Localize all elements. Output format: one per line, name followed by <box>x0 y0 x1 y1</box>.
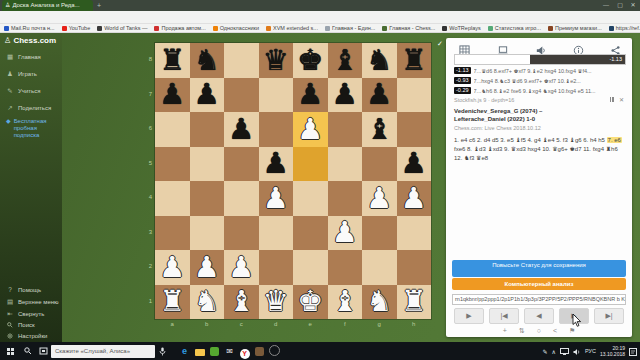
game-icon[interactable] <box>252 342 267 360</box>
chesscom-logo[interactable]: ♙ Chess.com <box>4 36 56 45</box>
sidebar-item-label: Свернуть <box>18 311 44 317</box>
stop-engine-icon[interactable]: ✕ <box>619 96 624 103</box>
sidebar-item-label: Главная <box>18 54 41 60</box>
square-h8[interactable]: ♜ <box>397 43 432 78</box>
square-b5[interactable] <box>190 147 225 182</box>
fen-input[interactable]: rn1qkbnr/pp2ppp1/2p1P1b1/3p3p/3P2PP/5P2/… <box>452 294 626 305</box>
piece-white-pawn[interactable]: ♟ <box>194 253 220 282</box>
piece-white-pawn[interactable]: ♟ <box>366 184 392 213</box>
file-label-h: h <box>397 321 432 327</box>
piece-black-pawn[interactable]: ♟ <box>228 115 254 144</box>
first-move-button[interactable]: |◀ <box>489 308 519 324</box>
square-b3[interactable] <box>190 216 225 251</box>
square-a6[interactable] <box>155 112 190 147</box>
pencil-icon: ✎ <box>6 87 14 95</box>
chess-board[interactable]: ♜♞♛♚♝♞♜♟♟♟♟♟♟♟♝♟♟♟♟♟♟♟♟♟♜♞♝♛♚♝♞♜ <box>155 43 431 319</box>
square-h6[interactable] <box>397 112 432 147</box>
bookmark-label: World of Tanks — <box>104 25 147 31</box>
piece-white-queen[interactable]: ♛ <box>263 287 289 316</box>
bookmark-favicon <box>97 26 102 31</box>
file-label-d: d <box>259 321 294 327</box>
sidebar-item-label: Поделиться <box>18 105 51 111</box>
file-label-c: c <box>224 321 259 327</box>
square-d4[interactable]: ♟ <box>259 181 294 216</box>
square-e5[interactable] <box>293 147 328 182</box>
sidebar-item-top-menu[interactable]: ▤Верхнее меню <box>6 298 59 306</box>
file-label-g: g <box>362 321 397 327</box>
language-indicator[interactable]: РУС <box>585 348 596 354</box>
chesscom-page: ♙ Chess.com ▦Главная ♟Играть ✎Учиться ↗П… <box>0 33 640 342</box>
settings-app-icon[interactable] <box>267 342 282 360</box>
square-c8[interactable] <box>224 43 259 78</box>
mouse-cursor <box>572 314 582 328</box>
piece-black-pawn[interactable]: ♟ <box>194 80 220 109</box>
chesscom-favicon-icon: ♙ <box>5 2 10 8</box>
bookmark-label: XVM extended s... <box>273 25 318 31</box>
square-f2[interactable] <box>328 250 363 285</box>
flag-icon[interactable]: ⚑ <box>569 327 575 335</box>
bookmark-label: YouTube <box>69 25 91 31</box>
eval-chip: -0.93 <box>454 77 471 84</box>
square-g4[interactable]: ♟ <box>362 181 397 216</box>
sidebar-item-share[interactable]: ↗Поделиться <box>6 104 51 112</box>
bookmark-favicon <box>548 26 553 31</box>
square-f4[interactable] <box>328 181 363 216</box>
sidebar-item-home[interactable]: ▦Главная <box>6 53 41 61</box>
taskbar-clock[interactable]: 20:1913.10.2018 <box>600 345 625 357</box>
piece-white-knight[interactable]: ♞ <box>366 287 392 316</box>
piece-white-bishop[interactable]: ♝ <box>332 287 358 316</box>
piece-black-pawn[interactable]: ♟ <box>297 80 323 109</box>
piece-white-pawn[interactable]: ♟ <box>332 218 358 247</box>
piece-white-pawn[interactable]: ♟ <box>297 115 323 144</box>
menu-icon: ▤ <box>6 298 14 306</box>
square-c3[interactable] <box>224 216 259 251</box>
tab-title: Доска Анализа и Реда... <box>12 2 79 8</box>
square-b7[interactable]: ♟ <box>190 78 225 113</box>
piece-black-queen[interactable]: ♛ <box>263 46 289 75</box>
bookmark-label: WoTReplays <box>449 25 480 31</box>
sidebar-item-help[interactable]: ?Помощь <box>6 286 41 293</box>
engine-line[interactable]: -1.137...♛d6 8.exf7+ ♚xf7 9.♝e2 hxg4 10.… <box>454 66 624 75</box>
rank-label-7: 7 <box>147 91 154 97</box>
bookmark-favicon <box>154 26 159 31</box>
bookmark-label: Статистика игро... <box>495 25 541 31</box>
piece-black-bishop[interactable]: ♝ <box>366 115 392 144</box>
square-d8[interactable]: ♛ <box>259 43 294 78</box>
sidebar-item-label: Помощь <box>18 287 41 293</box>
browser-tab[interactable]: ♙Доска Анализа и Реда... <box>2 0 93 11</box>
square-a2[interactable]: ♟ <box>155 250 190 285</box>
square-h2[interactable] <box>397 250 432 285</box>
square-c4[interactable] <box>224 181 259 216</box>
square-c6[interactable]: ♟ <box>224 112 259 147</box>
square-a4[interactable] <box>155 181 190 216</box>
bookmark-favicon <box>382 26 387 31</box>
system-tray: ✎ ∧ РУС 20:1913.10.2018 <box>543 342 640 360</box>
sidebar-item-search[interactable]: Поиск <box>6 321 35 328</box>
piece-black-pawn[interactable]: ♟ <box>263 149 289 178</box>
prev-move-button[interactable]: ◀ <box>524 308 554 324</box>
file-explorer-icon[interactable] <box>192 342 207 360</box>
flip-board-icon[interactable]: ⇅ <box>519 327 525 335</box>
square-h4[interactable]: ♟ <box>397 181 432 216</box>
move-nav: ▶ |◀ ◀ ▶ ▶| <box>454 308 624 324</box>
engine-line-moves: 7...hxg4 8.♞c3 ♛d6 9.exf7+ ♚xf7 10.♝e2..… <box>474 78 624 84</box>
square-h3[interactable] <box>397 216 432 251</box>
piece-white-knight[interactable]: ♞ <box>194 287 220 316</box>
diamond-icon: ◆ <box>6 118 11 139</box>
bookmark-favicon <box>213 26 218 31</box>
bookmark-item[interactable]: Премиум магази... <box>548 25 602 31</box>
square-f6[interactable] <box>328 112 363 147</box>
bookmark-item[interactable]: World of Tanks — <box>97 25 147 31</box>
game-event: Chess.com: Live Chess 2018.10.12 <box>454 125 541 131</box>
bookmark-item[interactable]: Продажа автом... <box>154 25 205 31</box>
rank-label-5: 5 <box>147 160 154 166</box>
bookmark-label: Главная - Chess... <box>389 25 435 31</box>
display-tray-icon[interactable] <box>560 342 569 360</box>
autoplay-button[interactable]: ▶ <box>454 308 484 324</box>
square-f3[interactable]: ♟ <box>328 216 363 251</box>
square-b8[interactable]: ♞ <box>190 43 225 78</box>
black-player[interactable]: Lefterache_Daniel (2022) 1-0 <box>454 116 535 122</box>
file-label-a: a <box>155 321 190 327</box>
sidebar-item-play[interactable]: ♟Играть <box>6 70 37 78</box>
bookmark-label: Mail.Ru почта н... <box>11 25 55 31</box>
rank-label-4: 4 <box>147 194 154 200</box>
add-icon[interactable]: + <box>503 327 507 335</box>
info-icon[interactable] <box>572 41 585 52</box>
file-label-f: f <box>328 321 363 327</box>
sidebar-item-label: Настройки <box>18 333 47 339</box>
close-button[interactable]: ✕ <box>627 0 639 11</box>
square-c2[interactable]: ♟ <box>224 250 259 285</box>
sidebar-item-settings[interactable]: Настройки <box>6 332 47 339</box>
square-f7[interactable]: ♟ <box>328 78 363 113</box>
bookmark-favicon <box>488 26 493 31</box>
last-move-button[interactable]: ▶| <box>594 308 624 324</box>
square-e3[interactable] <box>293 216 328 251</box>
rank-label-8: 8 <box>147 56 154 62</box>
engine-line[interactable]: -0.937...hxg4 8.♞c3 ♛d6 9.exf7+ ♚xf7 10.… <box>454 76 624 85</box>
piece-white-pawn[interactable]: ♟ <box>263 184 289 213</box>
windows-taskbar: Скажите «Слушай, Алиса» e ✉ Y ✎ ∧ РУС 20… <box>0 342 640 360</box>
rank-label-3: 3 <box>147 229 154 235</box>
engine-meta: Stockfish.js 9 · depth=16 ✕ <box>454 96 624 103</box>
square-g1[interactable]: ♞ <box>362 285 397 320</box>
bookmark-label: Премиум магази... <box>555 25 602 31</box>
piece-white-pawn[interactable]: ♟ <box>228 253 254 282</box>
square-h7[interactable] <box>397 78 432 113</box>
square-g6[interactable]: ♝ <box>362 112 397 147</box>
bookmark-item[interactable]: WoTReplays <box>442 25 480 31</box>
pen-icon[interactable]: ✎ <box>543 348 548 355</box>
speaker-icon[interactable] <box>534 41 547 52</box>
piece-white-pawn[interactable]: ♟ <box>159 253 185 282</box>
square-h5[interactable]: ♟ <box>397 147 432 182</box>
square-b4[interactable] <box>190 181 225 216</box>
square-d7[interactable] <box>259 78 294 113</box>
bookmark-favicon <box>609 26 614 31</box>
square-g5[interactable] <box>362 147 397 182</box>
move-list[interactable]: 1. e4 c6 2. d4 d5 3. e5 ♝f5 4. g4 ♝e4 5.… <box>454 136 624 163</box>
square-c5[interactable] <box>224 147 259 182</box>
bookmark-item[interactable]: https://ref.mail.ru... <box>609 25 640 31</box>
eval-white-part <box>455 55 530 64</box>
share-small-icon[interactable]: < <box>553 327 557 335</box>
square-d1[interactable]: ♛ <box>259 285 294 320</box>
bookmark-favicon <box>62 26 67 31</box>
square-c7[interactable] <box>224 78 259 113</box>
square-h1[interactable]: ♜ <box>397 285 432 320</box>
free-trial-label: Бесплатная пробная подписка <box>14 118 58 139</box>
circle-icon[interactable]: ○ <box>537 327 541 335</box>
square-g7[interactable]: ♟ <box>362 78 397 113</box>
pause-icon[interactable] <box>610 97 614 102</box>
bookmark-item[interactable]: Одноклассники <box>213 25 259 31</box>
piece-white-king[interactable]: ♚ <box>297 287 323 316</box>
engine-line[interactable]: -0.297...♞h6 8.♝e2 fxe6 9.♝xg4 ♞xg4 10.f… <box>454 86 624 95</box>
browser-toolbar: ← → ↻ www.chess.com Доска Анализа и Реда… <box>0 11 640 24</box>
gear-icon <box>6 332 14 339</box>
square-e1[interactable]: ♚ <box>293 285 328 320</box>
square-d5[interactable]: ♟ <box>259 147 294 182</box>
rank-label-2: 2 <box>147 263 154 269</box>
bookmark-label: https://ref.mail.ru... <box>616 25 640 31</box>
piece-white-bishop[interactable]: ♝ <box>228 287 254 316</box>
piece-black-pawn[interactable]: ♟ <box>332 80 358 109</box>
white-player[interactable]: Vedenichev_Serega_G (2074) – <box>454 108 542 114</box>
mail-icon[interactable]: ✉ <box>222 347 237 356</box>
bookmark-favicon <box>4 26 9 31</box>
square-e4[interactable] <box>293 181 328 216</box>
piece-black-king[interactable]: ♚ <box>297 46 323 75</box>
alice-search-box[interactable]: Скажите «Слушай, Алиса» <box>51 345 155 358</box>
logo-pawn-icon: ♙ <box>4 36 11 45</box>
bookmark-label: Продажа автом... <box>161 25 205 31</box>
moves-before[interactable]: 1. e4 c6 2. d4 d5 3. e5 ♝f5 4. g4 ♝e4 5.… <box>454 137 607 143</box>
bookmark-item[interactable]: XVM extended s... <box>266 25 318 31</box>
clock-date: 13.10.2018 <box>600 351 625 357</box>
square-d2[interactable] <box>259 250 294 285</box>
square-e7[interactable]: ♟ <box>293 78 328 113</box>
piece-white-rook[interactable]: ♜ <box>159 287 185 316</box>
bookmark-favicon <box>442 26 447 31</box>
square-d3[interactable] <box>259 216 294 251</box>
square-b1[interactable]: ♞ <box>190 285 225 320</box>
square-e8[interactable]: ♚ <box>293 43 328 78</box>
engine-line-moves: 7...♛d6 8.exf7+ ♚xf7 9.♝e2 hxg4 10.fxg4 … <box>474 68 624 74</box>
screen: ♙Доска Анализа и Реда... + — ▢ ✕ ← → ↻ w… <box>0 0 640 360</box>
start-button[interactable] <box>7 348 14 355</box>
square-g8[interactable]: ♞ <box>362 43 397 78</box>
piece-black-knight[interactable]: ♞ <box>194 46 220 75</box>
maximize-button[interactable]: ▢ <box>614 0 626 11</box>
bookmark-label: Одноклассники <box>220 25 259 31</box>
yandex-browser-icon[interactable]: Y <box>237 342 252 360</box>
square-a3[interactable] <box>155 216 190 251</box>
square-a1[interactable]: ♜ <box>155 285 190 320</box>
task-view-icon[interactable] <box>35 347 51 356</box>
square-f8[interactable]: ♝ <box>328 43 363 78</box>
microphone-icon[interactable] <box>155 346 169 355</box>
piece-black-rook[interactable]: ♜ <box>401 46 427 75</box>
eval-score: -1.13 <box>530 55 625 64</box>
piece-white-pawn[interactable]: ♟ <box>401 184 427 213</box>
square-d6[interactable] <box>259 112 294 147</box>
store-icon[interactable] <box>207 342 222 360</box>
volume-icon[interactable] <box>573 342 581 360</box>
rank-label-1: 1 <box>147 298 154 304</box>
taskbar-search-icon[interactable] <box>21 347 35 356</box>
setup-board-icon[interactable] <box>458 41 471 52</box>
rank-label-6: 6 <box>147 125 154 131</box>
share-arrow-icon: ↗ <box>6 104 14 112</box>
sidebar-item-label: Верхнее меню <box>18 299 59 305</box>
notification-center-icon[interactable] <box>629 342 637 360</box>
sidebar-item-collapse[interactable]: ⇤Свернуть <box>6 310 44 318</box>
sidebar-item-label: Учиться <box>18 88 40 94</box>
new-tab-button[interactable]: + <box>94 0 104 11</box>
computer-analysis-button[interactable]: Компьютерный анализ <box>452 278 626 290</box>
sidebar-item-label: Играть <box>18 71 37 77</box>
file-label-b: b <box>190 321 225 327</box>
bookmark-favicon <box>325 26 330 31</box>
sidebar-item-label: Поиск <box>18 322 35 328</box>
square-c1[interactable]: ♝ <box>224 285 259 320</box>
piece-black-bishop[interactable]: ♝ <box>332 46 358 75</box>
engine-line-moves: 7...♞h6 8.♝e2 fxe6 9.♝xg4 ♞xg4 10.fxg4 e… <box>474 88 624 94</box>
moves-after[interactable]: fxe6 8. ♝d3 ♝xd3 9. ♛xd3 hxg4 10. ♛g6+ ♚… <box>454 146 618 161</box>
square-f5[interactable] <box>328 147 363 182</box>
sidebar-item-learn[interactable]: ✎Учиться <box>6 87 40 95</box>
square-g2[interactable] <box>362 250 397 285</box>
question-icon: ? <box>6 286 14 293</box>
collapse-icon: ⇤ <box>6 310 14 318</box>
logo-text: Chess.com <box>13 36 56 45</box>
minimize-button[interactable]: — <box>600 0 612 11</box>
square-b2[interactable]: ♟ <box>190 250 225 285</box>
square-a5[interactable] <box>155 147 190 182</box>
square-f1[interactable]: ♝ <box>328 285 363 320</box>
edge-icon[interactable]: e <box>177 346 192 356</box>
upgrade-button[interactable]: Повысьте Статус для сохранения <box>452 260 626 277</box>
bookmark-item[interactable]: Mail.Ru почта н... <box>4 25 55 31</box>
board-tools: + ⇅ ○ < ⚑ <box>454 327 624 335</box>
pawn-icon: ♟ <box>6 70 14 78</box>
square-b6[interactable] <box>190 112 225 147</box>
piece-black-pawn[interactable]: ♟ <box>366 80 392 109</box>
piece-white-rook[interactable]: ♜ <box>401 287 427 316</box>
check-icon: ✓ <box>437 40 443 48</box>
bookmark-item[interactable]: Главная - Chess... <box>382 25 435 31</box>
square-e2[interactable] <box>293 250 328 285</box>
piece-black-pawn[interactable]: ♟ <box>159 80 185 109</box>
board-icon: ▦ <box>6 53 14 61</box>
file-label-e: e <box>293 321 328 327</box>
free-trial-link[interactable]: ◆Бесплатная пробная подписка <box>6 118 58 139</box>
piece-black-knight[interactable]: ♞ <box>366 46 392 75</box>
engine-name: Stockfish.js 9 · depth=16 <box>454 97 514 103</box>
share-icon[interactable] <box>609 41 622 52</box>
square-a8[interactable]: ♜ <box>155 43 190 78</box>
current-move[interactable]: 7. e6 <box>607 137 622 143</box>
hidden-icons-chevron[interactable]: ∧ <box>552 348 556 355</box>
bookmark-item[interactable]: Главная - Един... <box>325 25 375 31</box>
analysis-panel: ✓ -1.13 -1.137...♛d6 8.exf7+ ♚xf7 9.♝e2 … <box>446 38 632 337</box>
square-g3[interactable] <box>362 216 397 251</box>
bookmarks-bar: Mail.Ru почта н...YouTubeWorld of Tanks … <box>0 24 640 33</box>
bookmark-favicon <box>266 26 271 31</box>
bookmark-label: Главная - Един... <box>332 25 375 31</box>
browser-titlebar: ♙Доска Анализа и Реда... + — ▢ ✕ <box>0 0 640 11</box>
engine-icon[interactable] <box>496 41 509 52</box>
square-e6[interactable]: ♟ <box>293 112 328 147</box>
evaluation-bar: -1.13 <box>454 54 626 65</box>
sidebar: ♙ Chess.com ▦Главная ♟Играть ✎Учиться ↗П… <box>0 33 62 342</box>
bookmark-item[interactable]: YouTube <box>62 25 91 31</box>
piece-black-pawn[interactable]: ♟ <box>401 149 427 178</box>
bookmark-item[interactable]: Статистика игро... <box>488 25 541 31</box>
square-a7[interactable]: ♟ <box>155 78 190 113</box>
piece-black-rook[interactable]: ♜ <box>159 46 185 75</box>
eval-chip: -0.29 <box>454 87 471 94</box>
search-icon <box>6 321 14 328</box>
eval-chip: -1.13 <box>454 67 471 74</box>
